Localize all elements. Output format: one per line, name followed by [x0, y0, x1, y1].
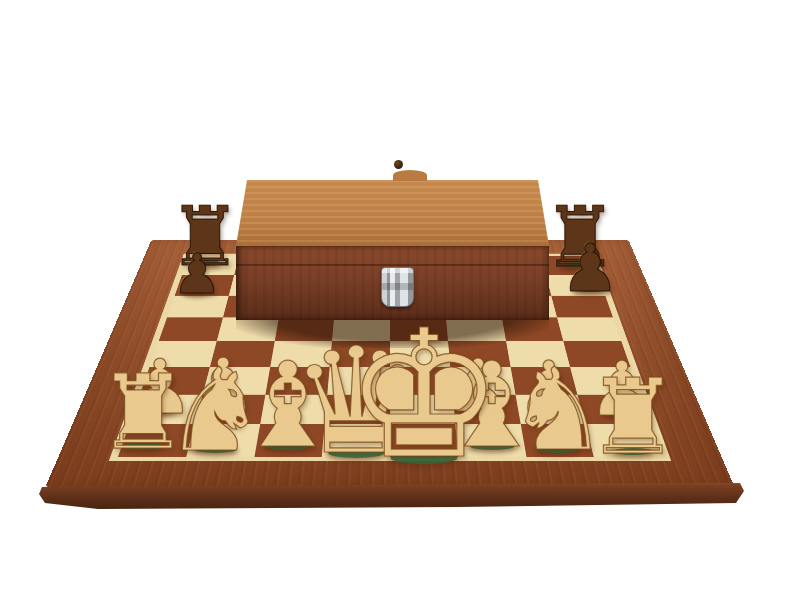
black-pawn[interactable]: ♟: [172, 247, 222, 302]
square-a5[interactable]: [159, 318, 223, 342]
square-h5[interactable]: [557, 318, 621, 342]
chess-set-photo: ♜♟♜♟♜♞♝♛♚♝♞♜♟♟♟♟♟: [0, 0, 800, 600]
white-rook[interactable]: ♜: [586, 365, 680, 469]
box-knob[interactable]: [394, 160, 403, 169]
white-king[interactable]: ♚: [345, 307, 504, 484]
box-lid-top: [232, 178, 552, 248]
black-pawn[interactable]: ♟: [560, 236, 619, 302]
white-knight[interactable]: ♞: [164, 353, 267, 468]
box-lid-seam: [236, 264, 549, 266]
box-lid-hinge-bump: [393, 170, 427, 181]
